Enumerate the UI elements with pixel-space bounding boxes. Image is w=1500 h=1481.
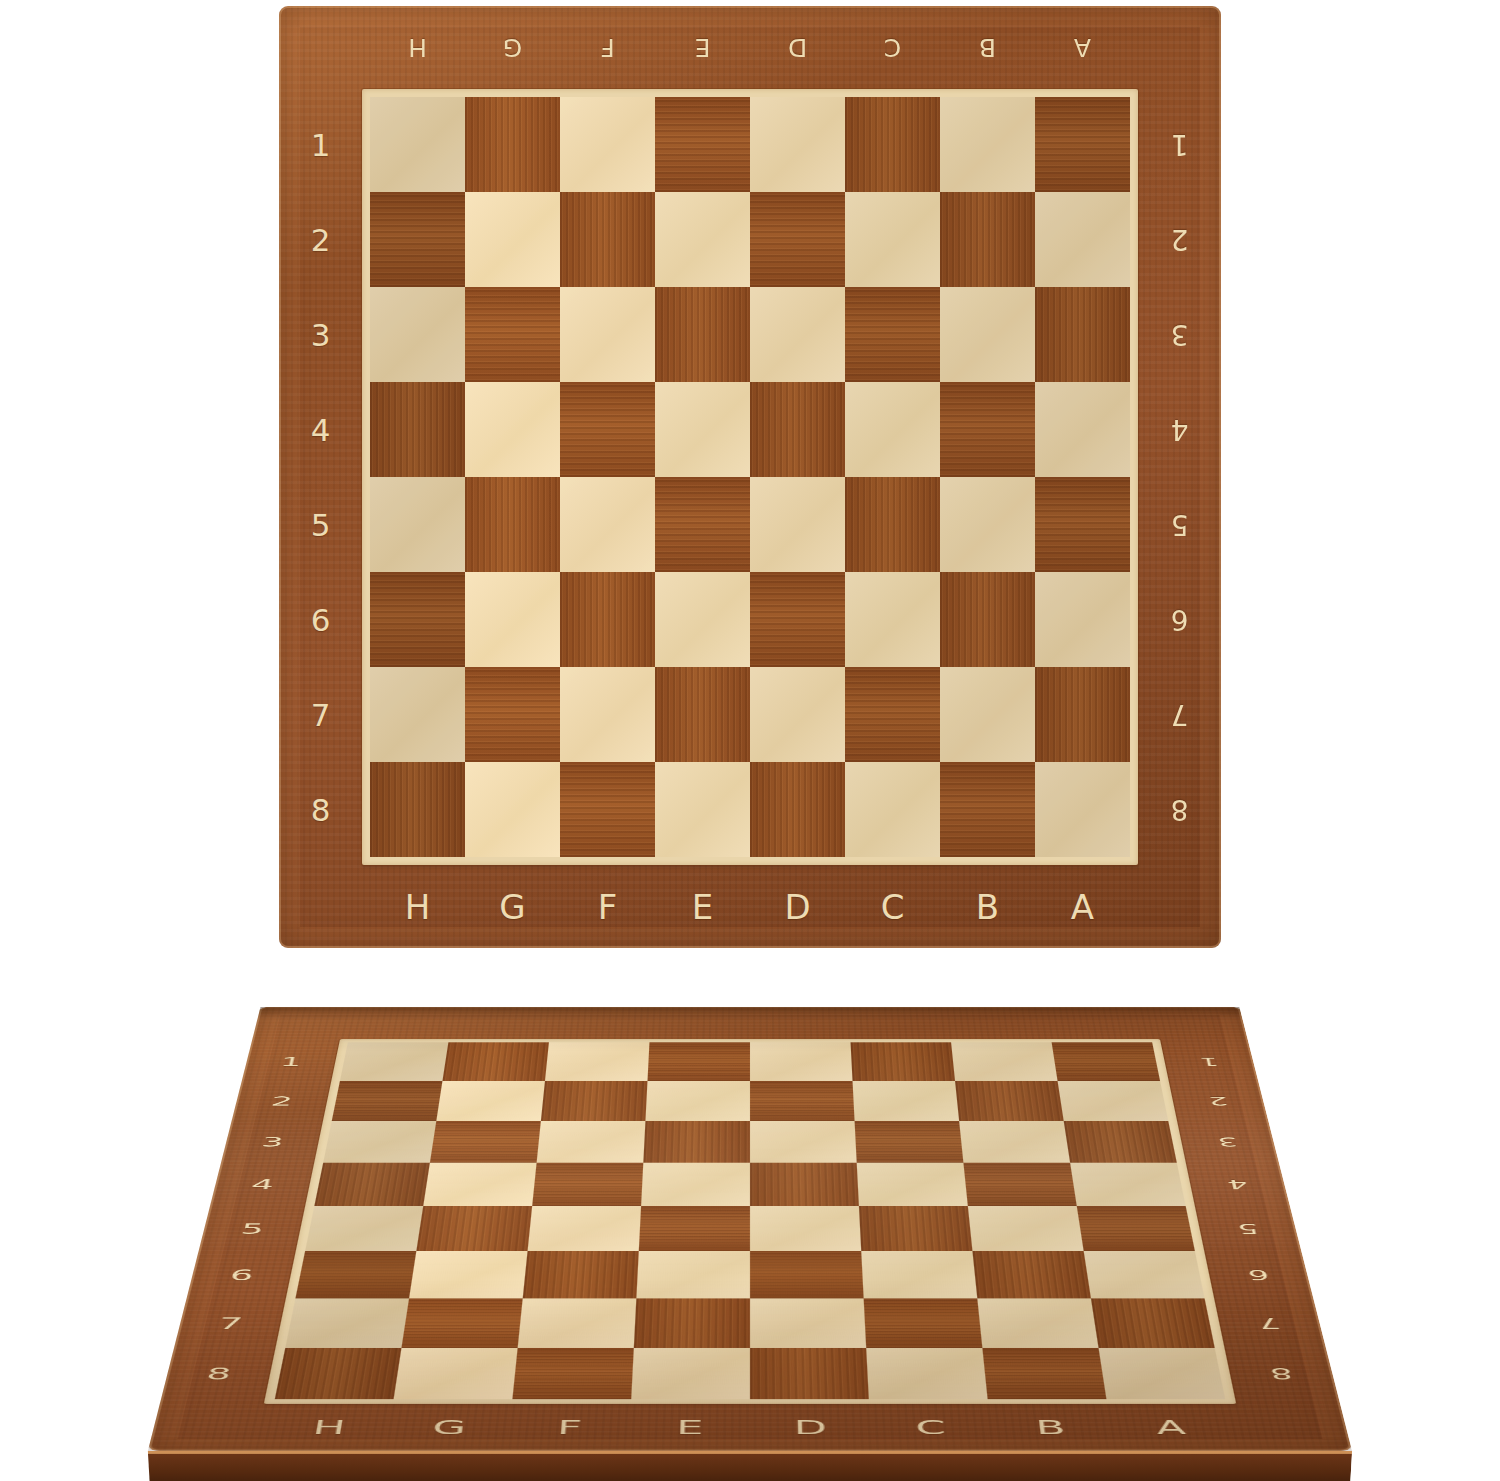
persp-square-h6[interactable]: [295, 1251, 416, 1298]
persp-square-c6[interactable]: [861, 1251, 977, 1298]
persp-square-a2[interactable]: [1058, 1081, 1169, 1121]
square-e3[interactable]: [655, 287, 750, 382]
square-b2[interactable]: [940, 192, 1035, 287]
persp-square-c2[interactable]: [853, 1081, 960, 1121]
square-b5[interactable]: [940, 477, 1035, 572]
persp-rank-label-left-8: 8: [161, 1348, 276, 1400]
square-a4[interactable]: [1035, 382, 1130, 477]
square-a6[interactable]: [1035, 572, 1130, 667]
playing-field-border: [362, 89, 1138, 865]
square-e1[interactable]: [655, 97, 750, 192]
persp-rank-label-left-1: 1: [242, 1042, 340, 1080]
file-label-bottom-b: B: [940, 865, 1035, 948]
persp-square-h1[interactable]: [340, 1042, 448, 1080]
persp-square-e3[interactable]: [643, 1121, 750, 1163]
square-d8[interactable]: [750, 762, 845, 857]
square-b6[interactable]: [940, 572, 1035, 667]
rank-label-right-3: 3: [1138, 287, 1221, 382]
persp-square-b3[interactable]: [959, 1121, 1070, 1163]
persp-square-b2[interactable]: [955, 1081, 1064, 1121]
persp-rank-label-right-3: 3: [1177, 1121, 1279, 1163]
chessboard-perspective: HHGGFFEEDDCCBBAA1122334455667788: [148, 1007, 1352, 1451]
square-a8[interactable]: [1035, 762, 1130, 857]
persp-file-label-bottom-h: H: [264, 1404, 393, 1451]
square-f4[interactable]: [560, 382, 655, 477]
persp-square-b7[interactable]: [977, 1298, 1098, 1347]
rank-label-left-2: 2: [279, 192, 362, 287]
square-f5[interactable]: [560, 477, 655, 572]
chessboard-top: HHGGFFEEDDCCBBAA1122334455667788: [279, 6, 1221, 948]
rank-label-right-2: 2: [1138, 192, 1221, 287]
persp-square-g5[interactable]: [416, 1206, 532, 1251]
persp-square-h3[interactable]: [323, 1121, 436, 1163]
persp-square-g8[interactable]: [394, 1348, 518, 1400]
square-f2[interactable]: [560, 192, 655, 287]
square-e6[interactable]: [655, 572, 750, 667]
square-f8[interactable]: [560, 762, 655, 857]
square-e5[interactable]: [655, 477, 750, 572]
square-a5[interactable]: [1035, 477, 1130, 572]
rank-label-right-6: 6: [1138, 572, 1221, 667]
persp-rank-label-left-7: 7: [174, 1298, 286, 1347]
file-label-top-f: F: [560, 6, 655, 89]
square-c2[interactable]: [845, 192, 940, 287]
persp-rank-label-left-3: 3: [221, 1121, 323, 1163]
square-h8[interactable]: [370, 762, 465, 857]
persp-square-c5[interactable]: [859, 1206, 973, 1251]
square-b8[interactable]: [940, 762, 1035, 857]
persp-square-d7[interactable]: [750, 1298, 866, 1347]
persp-square-c1[interactable]: [851, 1042, 955, 1080]
square-d1[interactable]: [750, 97, 845, 192]
square-h4[interactable]: [370, 382, 465, 477]
rank-label-left-3: 3: [279, 287, 362, 382]
square-e8[interactable]: [655, 762, 750, 857]
persp-square-b6[interactable]: [972, 1251, 1090, 1298]
square-c5[interactable]: [845, 477, 940, 572]
square-g3[interactable]: [465, 287, 560, 382]
square-e7[interactable]: [655, 667, 750, 762]
rank-label-right-8: 8: [1138, 762, 1221, 857]
persp-square-a7[interactable]: [1091, 1298, 1215, 1347]
persp-square-f6[interactable]: [523, 1251, 639, 1298]
file-label-top-a: A: [1035, 6, 1130, 89]
persp-square-e7[interactable]: [634, 1298, 750, 1347]
persp-rank-label-right-1: 1: [1161, 1042, 1259, 1080]
product-photo: HHGGFFEEDDCCBBAA1122334455667788 HHGGFFE…: [0, 0, 1500, 1481]
square-d3[interactable]: [750, 287, 845, 382]
persp-rank-label-right-7: 7: [1214, 1298, 1326, 1347]
persp-square-g2[interactable]: [436, 1081, 545, 1121]
persp-square-c7[interactable]: [864, 1298, 983, 1347]
persp-square-d6[interactable]: [750, 1251, 864, 1298]
persp-file-label-bottom-g: G: [386, 1404, 512, 1451]
persp-rank-label-left-2: 2: [232, 1081, 332, 1121]
persp-square-f3[interactable]: [537, 1121, 646, 1163]
square-b4[interactable]: [940, 382, 1035, 477]
square-b1[interactable]: [940, 97, 1035, 192]
square-c1[interactable]: [845, 97, 940, 192]
rank-label-left-5: 5: [279, 477, 362, 572]
persp-rank-label-right-6: 6: [1204, 1251, 1313, 1298]
square-c4[interactable]: [845, 382, 940, 477]
square-g7[interactable]: [465, 667, 560, 762]
persp-file-label-bottom-e: E: [629, 1404, 750, 1451]
rank-label-left-8: 8: [279, 762, 362, 857]
persp-rank-label-right-4: 4: [1186, 1163, 1290, 1206]
persp-square-a1[interactable]: [1052, 1042, 1160, 1080]
file-label-top-e: E: [655, 6, 750, 89]
rank-label-right-4: 4: [1138, 382, 1221, 477]
board-top-view: HHGGFFEEDDCCBBAA1122334455667788: [279, 6, 1221, 948]
persp-square-a8[interactable]: [1099, 1348, 1226, 1400]
persp-square-g3[interactable]: [430, 1121, 541, 1163]
persp-square-d2[interactable]: [750, 1081, 855, 1121]
board-scale-wrapper: HHGGFFEEDDCCBBAA1122334455667788: [148, 1007, 1352, 1451]
square-h6[interactable]: [370, 572, 465, 667]
square-d2[interactable]: [750, 192, 845, 287]
persp-rank-label-left-4: 4: [210, 1163, 314, 1206]
persp-square-d5[interactable]: [750, 1206, 861, 1251]
persp-square-f7[interactable]: [518, 1298, 637, 1347]
square-h7[interactable]: [370, 667, 465, 762]
persp-file-label-bottom-a: A: [1107, 1404, 1236, 1451]
persp-square-e8[interactable]: [631, 1348, 750, 1400]
rank-label-left-4: 4: [279, 382, 362, 477]
persp-square-d4[interactable]: [750, 1163, 859, 1206]
square-c3[interactable]: [845, 287, 940, 382]
square-a7[interactable]: [1035, 667, 1130, 762]
file-label-bottom-g: G: [465, 865, 560, 948]
playing-field: [370, 97, 1130, 857]
file-label-bottom-a: A: [1035, 865, 1130, 948]
persp-square-h2[interactable]: [332, 1081, 443, 1121]
file-label-top-b: B: [940, 6, 1035, 89]
file-label-bottom-e: E: [655, 865, 750, 948]
persp-square-b5[interactable]: [968, 1206, 1084, 1251]
persp-square-f5[interactable]: [528, 1206, 642, 1251]
board-perspective-view: HHGGFFEEDDCCBBAA1122334455667788: [148, 1007, 1352, 1451]
rank-label-right-7: 7: [1138, 667, 1221, 762]
persp-square-g1[interactable]: [442, 1042, 548, 1080]
persp-square-g6[interactable]: [409, 1251, 527, 1298]
board-side-edge: [148, 1451, 1352, 1481]
persp-square-d3[interactable]: [750, 1121, 857, 1163]
file-label-bottom-f: F: [560, 865, 655, 948]
persp-playing-field-border: [264, 1039, 1236, 1404]
persp-square-a5[interactable]: [1077, 1206, 1195, 1251]
file-label-bottom-h: H: [370, 865, 465, 948]
persp-square-g4[interactable]: [423, 1163, 536, 1206]
square-g2[interactable]: [465, 192, 560, 287]
square-a2[interactable]: [1035, 192, 1130, 287]
persp-file-label-bottom-d: D: [750, 1404, 871, 1451]
square-h2[interactable]: [370, 192, 465, 287]
rank-label-left-6: 6: [279, 572, 362, 667]
square-h3[interactable]: [370, 287, 465, 382]
rank-label-right-5: 5: [1138, 477, 1221, 572]
file-label-bottom-c: C: [845, 865, 940, 948]
persp-rank-label-right-8: 8: [1224, 1348, 1339, 1400]
square-d6[interactable]: [750, 572, 845, 667]
persp-rank-label-left-5: 5: [199, 1206, 306, 1251]
persp-square-f8[interactable]: [512, 1348, 633, 1400]
square-a3[interactable]: [1035, 287, 1130, 382]
square-b7[interactable]: [940, 667, 1035, 762]
square-d5[interactable]: [750, 477, 845, 572]
square-e2[interactable]: [655, 192, 750, 287]
persp-square-f1[interactable]: [545, 1042, 649, 1080]
file-label-top-g: G: [465, 6, 560, 89]
square-g5[interactable]: [465, 477, 560, 572]
persp-square-h8[interactable]: [275, 1348, 402, 1400]
square-c8[interactable]: [845, 762, 940, 857]
square-d7[interactable]: [750, 667, 845, 762]
persp-rank-label-right-2: 2: [1169, 1081, 1269, 1121]
persp-file-label-bottom-f: F: [507, 1404, 631, 1451]
persp-square-g7[interactable]: [401, 1298, 522, 1347]
square-f3[interactable]: [560, 287, 655, 382]
persp-square-h7[interactable]: [285, 1298, 409, 1347]
persp-square-b4[interactable]: [963, 1163, 1076, 1206]
rank-label-right-1: 1: [1138, 97, 1221, 192]
persp-square-e6[interactable]: [636, 1251, 750, 1298]
persp-rank-label-left-6: 6: [187, 1251, 296, 1298]
persp-square-h5[interactable]: [305, 1206, 423, 1251]
persp-square-a6[interactable]: [1084, 1251, 1205, 1298]
square-g1[interactable]: [465, 97, 560, 192]
square-c6[interactable]: [845, 572, 940, 667]
file-label-top-h: H: [370, 6, 465, 89]
persp-square-e1[interactable]: [647, 1042, 750, 1080]
persp-playing-field: [275, 1042, 1225, 1399]
rank-label-left-7: 7: [279, 667, 362, 762]
persp-square-f2[interactable]: [541, 1081, 648, 1121]
file-label-top-d: D: [750, 6, 845, 89]
persp-rank-label-right-5: 5: [1195, 1206, 1302, 1251]
persp-file-label-bottom-b: B: [988, 1404, 1114, 1451]
persp-square-a4[interactable]: [1070, 1163, 1186, 1206]
persp-square-e4[interactable]: [641, 1163, 750, 1206]
persp-square-b1[interactable]: [951, 1042, 1057, 1080]
persp-square-b8[interactable]: [982, 1348, 1106, 1400]
file-label-bottom-d: D: [750, 865, 845, 948]
square-e4[interactable]: [655, 382, 750, 477]
square-c7[interactable]: [845, 667, 940, 762]
persp-square-c4[interactable]: [857, 1163, 968, 1206]
persp-square-c8[interactable]: [866, 1348, 987, 1400]
square-g6[interactable]: [465, 572, 560, 667]
square-a1[interactable]: [1035, 97, 1130, 192]
rank-label-left-1: 1: [279, 97, 362, 192]
square-b3[interactable]: [940, 287, 1035, 382]
square-g8[interactable]: [465, 762, 560, 857]
persp-square-e5[interactable]: [639, 1206, 750, 1251]
persp-square-c3[interactable]: [855, 1121, 964, 1163]
persp-square-h4[interactable]: [314, 1163, 430, 1206]
square-f6[interactable]: [560, 572, 655, 667]
square-g4[interactable]: [465, 382, 560, 477]
persp-square-d1[interactable]: [750, 1042, 853, 1080]
file-label-top-c: C: [845, 6, 940, 89]
persp-square-e2[interactable]: [645, 1081, 750, 1121]
square-f7[interactable]: [560, 667, 655, 762]
square-h1[interactable]: [370, 97, 465, 192]
square-h5[interactable]: [370, 477, 465, 572]
square-d4[interactable]: [750, 382, 845, 477]
persp-square-a3[interactable]: [1064, 1121, 1177, 1163]
persp-square-d8[interactable]: [750, 1348, 869, 1400]
persp-file-label-bottom-c: C: [869, 1404, 993, 1451]
square-f1[interactable]: [560, 97, 655, 192]
persp-square-f4[interactable]: [532, 1163, 643, 1206]
